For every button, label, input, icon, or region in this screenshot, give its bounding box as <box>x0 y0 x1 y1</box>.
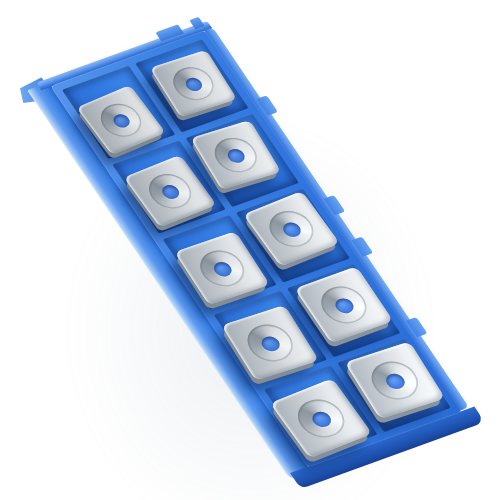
insert-countersink-hole <box>192 245 252 291</box>
insert-countersink-hole <box>363 357 426 406</box>
insert-countersink-hole <box>165 62 220 104</box>
insert-hole-opening <box>383 372 408 392</box>
insert-countersink-hole <box>239 320 300 367</box>
insert-countersink-hole <box>92 98 148 142</box>
product-photo <box>0 0 500 500</box>
insert-countersink-hole <box>207 133 264 177</box>
insert-hole-opening <box>210 260 234 279</box>
insert-hole-opening <box>280 221 304 240</box>
insert-countersink-hole <box>313 281 375 329</box>
insert-hole-opening <box>332 297 357 316</box>
insert-countersink-hole <box>140 168 198 214</box>
insert-countersink-hole <box>289 394 353 444</box>
insert-hole-opening <box>159 183 182 201</box>
insert-hole-opening <box>309 410 335 430</box>
insert-hole-opening <box>182 76 204 93</box>
insert-hole-opening <box>258 335 282 354</box>
insert-hole-opening <box>110 112 132 130</box>
insert-countersink-hole <box>261 205 321 252</box>
insert-hole-opening <box>224 147 247 165</box>
